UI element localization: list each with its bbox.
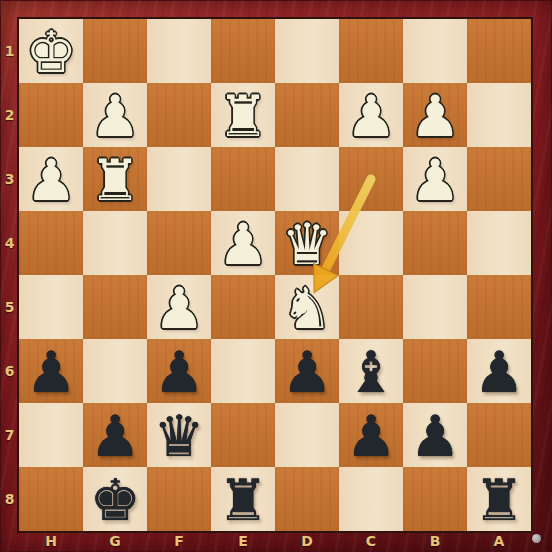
square-f3[interactable] bbox=[147, 147, 211, 211]
square-c7[interactable]: ♟ bbox=[339, 403, 403, 467]
square-g6[interactable] bbox=[83, 339, 147, 403]
rank-label-5: 5 bbox=[0, 275, 19, 339]
piece-white-pawn-h3[interactable]: ♟ bbox=[19, 148, 83, 212]
square-g1[interactable] bbox=[83, 19, 147, 83]
square-a8[interactable]: ♜ bbox=[467, 467, 531, 531]
file-label-g: G bbox=[83, 530, 147, 552]
piece-black-pawn-g7[interactable]: ♟ bbox=[83, 404, 147, 468]
square-b6[interactable] bbox=[403, 339, 467, 403]
square-e5[interactable] bbox=[211, 275, 275, 339]
square-h6[interactable]: ♟ bbox=[19, 339, 83, 403]
piece-white-knight-d5[interactable]: ♞ bbox=[275, 276, 339, 340]
piece-white-rook-e2[interactable]: ♜ bbox=[211, 84, 275, 148]
square-g2[interactable]: ♟ bbox=[83, 83, 147, 147]
square-h1[interactable]: ♚ bbox=[19, 19, 83, 83]
square-b5[interactable] bbox=[403, 275, 467, 339]
rank-label-3: 3 bbox=[0, 147, 19, 211]
square-h4[interactable] bbox=[19, 211, 83, 275]
file-label-h: H bbox=[19, 530, 83, 552]
square-e1[interactable] bbox=[211, 19, 275, 83]
square-g4[interactable] bbox=[83, 211, 147, 275]
square-e4[interactable]: ♟ bbox=[211, 211, 275, 275]
square-c8[interactable] bbox=[339, 467, 403, 531]
file-label-d: D bbox=[275, 530, 339, 552]
piece-black-king-g8[interactable]: ♚ bbox=[83, 468, 147, 532]
square-f5[interactable]: ♟ bbox=[147, 275, 211, 339]
square-d1[interactable] bbox=[275, 19, 339, 83]
square-e7[interactable] bbox=[211, 403, 275, 467]
piece-white-king-h1[interactable]: ♚ bbox=[19, 20, 83, 84]
square-e6[interactable] bbox=[211, 339, 275, 403]
piece-white-pawn-f5[interactable]: ♟ bbox=[147, 276, 211, 340]
square-e2[interactable]: ♜ bbox=[211, 83, 275, 147]
board-frame: ♚♟♜♟♟♟♜♟♟♛♟♞♟♟♟♝♟♟♛♟♟♚♜♜ 12345678 HGFEDC… bbox=[0, 0, 552, 552]
file-label-f: F bbox=[147, 530, 211, 552]
rank-label-6: 6 bbox=[0, 339, 19, 403]
piece-black-pawn-a6[interactable]: ♟ bbox=[467, 340, 531, 404]
square-f4[interactable] bbox=[147, 211, 211, 275]
rank-label-2: 2 bbox=[0, 83, 19, 147]
chess-board: ♚♟♜♟♟♟♜♟♟♛♟♞♟♟♟♝♟♟♛♟♟♚♜♜ bbox=[19, 19, 531, 531]
square-d3[interactable] bbox=[275, 147, 339, 211]
square-c6[interactable]: ♝ bbox=[339, 339, 403, 403]
square-a5[interactable] bbox=[467, 275, 531, 339]
square-f2[interactable] bbox=[147, 83, 211, 147]
rank-label-8: 8 bbox=[0, 467, 19, 531]
square-f6[interactable]: ♟ bbox=[147, 339, 211, 403]
square-a1[interactable] bbox=[467, 19, 531, 83]
corner-dot bbox=[532, 534, 541, 543]
square-e8[interactable]: ♜ bbox=[211, 467, 275, 531]
piece-white-queen-d4[interactable]: ♛ bbox=[275, 212, 339, 276]
square-a4[interactable] bbox=[467, 211, 531, 275]
square-b4[interactable] bbox=[403, 211, 467, 275]
square-b2[interactable]: ♟ bbox=[403, 83, 467, 147]
rank-label-4: 4 bbox=[0, 211, 19, 275]
square-h8[interactable] bbox=[19, 467, 83, 531]
piece-black-pawn-h6[interactable]: ♟ bbox=[19, 340, 83, 404]
square-a2[interactable] bbox=[467, 83, 531, 147]
square-g8[interactable]: ♚ bbox=[83, 467, 147, 531]
piece-white-pawn-e4[interactable]: ♟ bbox=[211, 212, 275, 276]
square-b8[interactable] bbox=[403, 467, 467, 531]
square-c1[interactable] bbox=[339, 19, 403, 83]
square-h3[interactable]: ♟ bbox=[19, 147, 83, 211]
file-label-e: E bbox=[211, 530, 275, 552]
square-f7[interactable]: ♛ bbox=[147, 403, 211, 467]
rank-label-7: 7 bbox=[0, 403, 19, 467]
piece-white-pawn-c2[interactable]: ♟ bbox=[339, 84, 403, 148]
piece-black-rook-a8[interactable]: ♜ bbox=[467, 468, 531, 532]
square-b3[interactable]: ♟ bbox=[403, 147, 467, 211]
piece-white-pawn-b2[interactable]: ♟ bbox=[403, 84, 467, 148]
square-c3[interactable] bbox=[339, 147, 403, 211]
square-g3[interactable]: ♜ bbox=[83, 147, 147, 211]
square-e3[interactable] bbox=[211, 147, 275, 211]
file-label-a: A bbox=[467, 530, 531, 552]
square-a3[interactable] bbox=[467, 147, 531, 211]
file-label-b: B bbox=[403, 530, 467, 552]
piece-black-rook-e8[interactable]: ♜ bbox=[211, 468, 275, 532]
piece-white-rook-g3[interactable]: ♜ bbox=[83, 148, 147, 212]
square-b7[interactable]: ♟ bbox=[403, 403, 467, 467]
piece-black-bishop-c6[interactable]: ♝ bbox=[339, 340, 403, 404]
square-d6[interactable]: ♟ bbox=[275, 339, 339, 403]
square-f8[interactable] bbox=[147, 467, 211, 531]
square-g7[interactable]: ♟ bbox=[83, 403, 147, 467]
piece-black-pawn-d6[interactable]: ♟ bbox=[275, 340, 339, 404]
square-a7[interactable] bbox=[467, 403, 531, 467]
file-label-c: C bbox=[339, 530, 403, 552]
square-g5[interactable] bbox=[83, 275, 147, 339]
square-d8[interactable] bbox=[275, 467, 339, 531]
piece-black-queen-f7[interactable]: ♛ bbox=[147, 404, 211, 468]
piece-black-pawn-f6[interactable]: ♟ bbox=[147, 340, 211, 404]
square-c2[interactable]: ♟ bbox=[339, 83, 403, 147]
square-f1[interactable] bbox=[147, 19, 211, 83]
piece-black-pawn-b7[interactable]: ♟ bbox=[403, 404, 467, 468]
square-d2[interactable] bbox=[275, 83, 339, 147]
square-h7[interactable] bbox=[19, 403, 83, 467]
square-c4[interactable] bbox=[339, 211, 403, 275]
piece-black-pawn-c7[interactable]: ♟ bbox=[339, 404, 403, 468]
piece-white-pawn-g2[interactable]: ♟ bbox=[83, 84, 147, 148]
square-h5[interactable] bbox=[19, 275, 83, 339]
square-d4[interactable]: ♛ bbox=[275, 211, 339, 275]
piece-white-pawn-b3[interactable]: ♟ bbox=[403, 148, 467, 212]
square-c5[interactable] bbox=[339, 275, 403, 339]
square-d7[interactable] bbox=[275, 403, 339, 467]
square-a6[interactable]: ♟ bbox=[467, 339, 531, 403]
square-b1[interactable] bbox=[403, 19, 467, 83]
rank-label-1: 1 bbox=[0, 19, 19, 83]
square-d5[interactable]: ♞ bbox=[275, 275, 339, 339]
square-h2[interactable] bbox=[19, 83, 83, 147]
